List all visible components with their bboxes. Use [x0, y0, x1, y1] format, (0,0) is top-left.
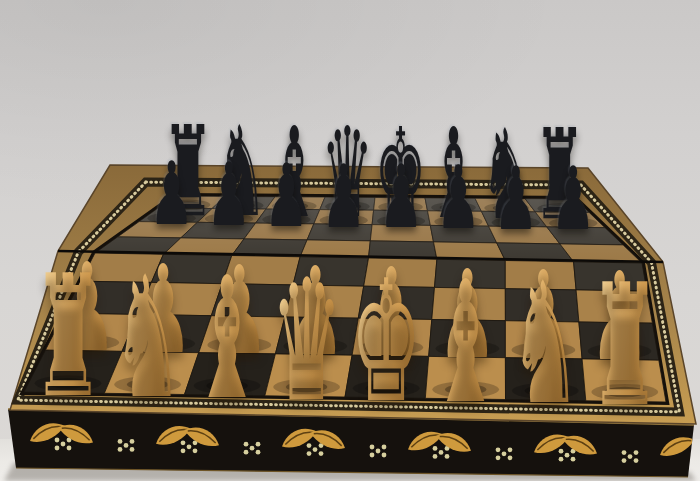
- piece-white-bishop-c1[interactable]: ♝: [191, 256, 263, 424]
- piece-black-pawn-e7[interactable]: ♟: [379, 154, 424, 242]
- piece-black-pawn-a7[interactable]: ♟: [149, 151, 194, 239]
- piece-white-knight-b1[interactable]: ♞: [112, 255, 184, 423]
- piece-white-rook-h1[interactable]: ♜: [589, 263, 661, 431]
- piece-white-king-e1[interactable]: ♚: [350, 259, 422, 427]
- piece-black-pawn-c7[interactable]: ♟: [264, 152, 309, 240]
- piece-black-pawn-b7[interactable]: ♟: [207, 152, 252, 240]
- piece-white-bishop-f1[interactable]: ♝: [430, 260, 502, 428]
- pieces-layer: ♜♞♝♛♚♝♞♜♟♟♟♟♟♟♟♟♟♟♟♟♟♟♟♟♜♞♝♛♚♝♞♜: [0, 0, 700, 481]
- piece-black-pawn-d7[interactable]: ♟: [321, 153, 366, 241]
- piece-black-pawn-f7[interactable]: ♟: [436, 154, 481, 242]
- piece-white-rook-a1[interactable]: ♜: [32, 254, 104, 422]
- piece-white-queen-d1[interactable]: ♛: [271, 258, 343, 426]
- chess-photo: ♜♞♝♛♚♝♞♜♟♟♟♟♟♟♟♟♟♟♟♟♟♟♟♟♜♞♝♛♚♝♞♜: [0, 0, 700, 481]
- piece-black-pawn-h7[interactable]: ♟: [551, 156, 596, 244]
- piece-white-knight-g1[interactable]: ♞: [509, 261, 581, 429]
- piece-black-pawn-g7[interactable]: ♟: [493, 155, 538, 243]
